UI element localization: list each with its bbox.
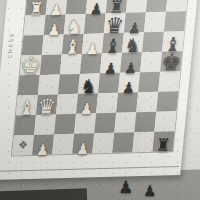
square-b3: ♞ <box>64 14 86 35</box>
square-h2: ♟ <box>32 134 54 155</box>
square-h8: ♜ <box>152 131 174 152</box>
square-g2 <box>34 114 56 135</box>
square-c5: ♝ <box>102 33 124 54</box>
square-d3 <box>60 54 82 75</box>
square-b4 <box>84 13 106 34</box>
square-f2: ♛ <box>36 94 58 115</box>
table-shadow-corner <box>0 188 87 200</box>
square-e6: ♟ <box>118 72 140 93</box>
piece-black-rook: ♜ <box>155 137 171 155</box>
square-d8: ♚ <box>160 51 182 72</box>
square-h5 <box>92 133 114 154</box>
square-a8 <box>166 0 188 12</box>
square-a6 <box>126 0 148 13</box>
square-f7 <box>136 92 158 113</box>
square-d7 <box>140 52 162 73</box>
square-d2 <box>40 54 62 75</box>
square-c8: ♝ <box>162 31 184 52</box>
square-b6: ♟ <box>124 12 146 33</box>
square-a3 <box>66 0 88 14</box>
square-f8 <box>156 91 178 112</box>
square-e2 <box>38 74 60 95</box>
board-logo-emblem: ❖ <box>17 139 28 152</box>
chess-board: CHESS ♜♟♟♜♟♞♛♟♝♟♝♞♝♚♟♟♚♞♟♝♛♟❖♟♟♜ <box>0 0 199 180</box>
square-g6 <box>114 112 136 133</box>
square-f6 <box>116 92 138 113</box>
square-a1: ♜ <box>26 0 48 15</box>
square-a7 <box>146 0 168 12</box>
square-g7 <box>134 112 156 133</box>
board-brand-text: CHESS <box>6 32 15 59</box>
square-d1: ♚ <box>20 55 42 76</box>
piece-white-pawn: ♟ <box>36 142 50 157</box>
square-c6: ♞ <box>122 32 144 53</box>
square-g4 <box>74 113 96 134</box>
square-b7 <box>144 12 166 33</box>
square-c3: ♝ <box>62 34 84 55</box>
square-h6 <box>112 132 134 153</box>
board-grid: ♜♟♟♜♟♞♛♟♝♟♝♞♝♚♟♟♚♞♟♝♛♟❖♟♟♜ <box>12 0 188 155</box>
square-f3 <box>56 94 78 115</box>
square-h1: ❖ <box>12 135 34 156</box>
square-e1 <box>18 75 40 96</box>
square-d4 <box>80 53 102 74</box>
square-c1 <box>22 35 44 56</box>
square-e3 <box>58 74 80 95</box>
square-f4: ♟ <box>76 93 98 114</box>
square-g8 <box>154 111 176 132</box>
square-h4: ♟ <box>72 133 94 154</box>
square-a4: ♟ <box>86 0 108 14</box>
square-h3 <box>52 134 74 155</box>
square-b5: ♛ <box>104 13 126 34</box>
square-f5 <box>96 93 118 114</box>
square-b8 <box>164 11 186 32</box>
square-c7 <box>142 32 164 53</box>
square-c2 <box>42 34 64 55</box>
square-a2: ♟ <box>46 0 68 15</box>
square-f1: ♝ <box>16 95 38 116</box>
square-e4: ♞ <box>78 73 100 94</box>
square-h7 <box>132 132 154 153</box>
square-d6: ♟ <box>120 52 142 73</box>
square-b1 <box>24 15 46 36</box>
square-g1 <box>14 115 36 136</box>
square-g3 <box>54 114 76 135</box>
square-c4: ♟ <box>82 33 104 54</box>
square-d5: ♟ <box>100 53 122 74</box>
square-e8 <box>158 71 180 92</box>
square-e5 <box>98 73 120 94</box>
square-e7 <box>138 72 160 93</box>
square-g5 <box>94 113 116 134</box>
photo-frame: CHESS ♜♟♟♜♟♞♛♟♝♟♝♞♝♚♟♟♚♞♟♝♛♟❖♟♟♜ ♟♟ <box>0 0 200 200</box>
square-b2: ♟ <box>44 14 66 35</box>
square-a5: ♜ <box>106 0 128 13</box>
piece-white-pawn: ♟ <box>76 141 90 156</box>
